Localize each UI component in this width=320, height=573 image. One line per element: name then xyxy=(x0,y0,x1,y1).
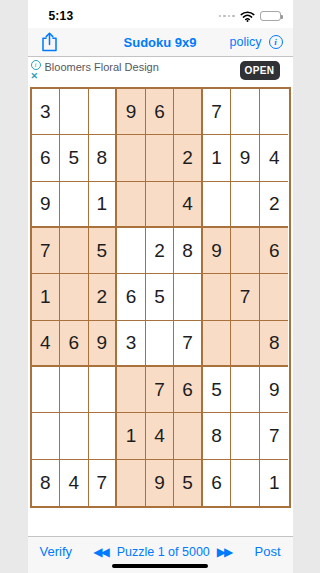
cell-r1c7[interactable]: 7 xyxy=(203,89,232,135)
next-puzzle-icon[interactable]: ▶▶ xyxy=(217,546,233,558)
cell-r3c2[interactable] xyxy=(60,182,89,228)
previous-puzzle-icon[interactable]: ◀◀ xyxy=(93,546,109,558)
cell-r8c2[interactable] xyxy=(60,413,89,459)
cell-r3c1[interactable]: 9 xyxy=(32,182,61,228)
cell-r6c2[interactable]: 6 xyxy=(60,321,89,367)
cell-r4c6[interactable]: 8 xyxy=(174,228,203,274)
cell-r9c5[interactable]: 9 xyxy=(146,460,175,506)
cell-r6c7[interactable] xyxy=(203,321,232,367)
cell-r9c4[interactable] xyxy=(117,460,146,506)
ad-close-icon[interactable]: ✕ xyxy=(31,72,39,81)
cell-r8c1[interactable] xyxy=(32,413,61,459)
cell-r9c1[interactable]: 8 xyxy=(32,460,61,506)
cell-r4c3[interactable]: 5 xyxy=(89,228,118,274)
cell-r5c1[interactable]: 1 xyxy=(32,274,61,320)
cell-r2c5[interactable] xyxy=(146,135,175,181)
cell-r2c2[interactable]: 5 xyxy=(60,135,89,181)
nav-bar: Sudoku 9x9 policy i xyxy=(28,28,293,57)
cell-r4c4[interactable] xyxy=(117,228,146,274)
cell-r4c9[interactable]: 6 xyxy=(260,228,289,274)
sudoku-grid: 3967658219491427528961265746937876591487… xyxy=(30,87,291,508)
cell-r9c3[interactable]: 7 xyxy=(89,460,118,506)
cell-r4c5[interactable]: 2 xyxy=(146,228,175,274)
cell-r9c2[interactable]: 4 xyxy=(60,460,89,506)
cell-r3c5[interactable] xyxy=(146,182,175,228)
post-button[interactable]: Post xyxy=(254,544,280,559)
cell-r2c7[interactable]: 1 xyxy=(203,135,232,181)
cell-r4c7[interactable]: 9 xyxy=(203,228,232,274)
cell-r4c8[interactable] xyxy=(231,228,260,274)
verify-button[interactable]: Verify xyxy=(40,544,73,559)
cell-r5c5[interactable]: 5 xyxy=(146,274,175,320)
app-window: 5:13 Sudoku 9x9 policy i xyxy=(28,0,293,573)
cell-r8c8[interactable] xyxy=(231,413,260,459)
cell-r1c9[interactable] xyxy=(260,89,289,135)
cell-r6c5[interactable] xyxy=(146,321,175,367)
ad-banner[interactable]: i Bloomers Floral Design ✕ OPEN xyxy=(28,57,293,87)
cell-r3c9[interactable]: 2 xyxy=(260,182,289,228)
cell-r5c8[interactable]: 7 xyxy=(231,274,260,320)
cell-r1c8[interactable] xyxy=(231,89,260,135)
cell-r9c6[interactable]: 5 xyxy=(174,460,203,506)
cell-r5c3[interactable]: 2 xyxy=(89,274,118,320)
info-icon[interactable]: i xyxy=(269,35,283,49)
cell-r8c9[interactable]: 7 xyxy=(260,413,289,459)
cell-r1c1[interactable]: 3 xyxy=(32,89,61,135)
cellular-signal-icon xyxy=(219,15,235,18)
status-icons xyxy=(219,11,281,22)
policy-button[interactable]: policy xyxy=(230,35,262,49)
cell-r3c4[interactable] xyxy=(117,182,146,228)
cell-r5c2[interactable] xyxy=(60,274,89,320)
cell-r3c8[interactable] xyxy=(231,182,260,228)
cell-r9c7[interactable]: 6 xyxy=(203,460,232,506)
wifi-icon xyxy=(240,11,255,22)
cell-r9c8[interactable] xyxy=(231,460,260,506)
cell-r2c8[interactable]: 9 xyxy=(231,135,260,181)
cell-r6c3[interactable]: 9 xyxy=(89,321,118,367)
cell-r2c6[interactable]: 2 xyxy=(174,135,203,181)
cell-r7c3[interactable] xyxy=(89,367,118,413)
cell-r7c8[interactable] xyxy=(231,367,260,413)
cell-r7c5[interactable]: 7 xyxy=(146,367,175,413)
ad-open-button[interactable]: OPEN xyxy=(240,61,280,80)
cell-r7c7[interactable]: 5 xyxy=(203,367,232,413)
ad-info-icon[interactable]: i xyxy=(31,60,41,70)
cell-r2c9[interactable]: 4 xyxy=(260,135,289,181)
cell-r5c9[interactable] xyxy=(260,274,289,320)
cell-r6c8[interactable] xyxy=(231,321,260,367)
cell-r2c3[interactable]: 8 xyxy=(89,135,118,181)
cell-r6c9[interactable]: 8 xyxy=(260,321,289,367)
cell-r5c6[interactable] xyxy=(174,274,203,320)
cell-r7c9[interactable]: 9 xyxy=(260,367,289,413)
cell-r8c6[interactable] xyxy=(174,413,203,459)
cell-r5c7[interactable] xyxy=(203,274,232,320)
cell-r3c3[interactable]: 1 xyxy=(89,182,118,228)
battery-icon xyxy=(260,11,281,21)
cell-r1c2[interactable] xyxy=(60,89,89,135)
cell-r9c9[interactable]: 1 xyxy=(260,460,289,506)
share-icon xyxy=(41,32,58,52)
cell-r2c4[interactable] xyxy=(117,135,146,181)
cell-r6c6[interactable]: 7 xyxy=(174,321,203,367)
home-indicator[interactable] xyxy=(112,564,208,569)
puzzle-counter: Puzzle 1 of 5000 xyxy=(117,545,210,559)
cell-r6c1[interactable]: 4 xyxy=(32,321,61,367)
cell-r4c2[interactable] xyxy=(60,228,89,274)
cell-r4c1[interactable]: 7 xyxy=(32,228,61,274)
status-bar: 5:13 xyxy=(28,0,293,28)
cell-r1c6[interactable] xyxy=(174,89,203,135)
cell-r1c5[interactable]: 6 xyxy=(146,89,175,135)
cell-r5c4[interactable]: 6 xyxy=(117,274,146,320)
cell-r1c4[interactable]: 9 xyxy=(117,89,146,135)
clock: 5:13 xyxy=(49,9,74,23)
cell-r8c5[interactable]: 4 xyxy=(146,413,175,459)
cell-r3c7[interactable] xyxy=(203,182,232,228)
cell-r8c4[interactable]: 1 xyxy=(117,413,146,459)
cell-r7c1[interactable] xyxy=(32,367,61,413)
cell-r1c3[interactable] xyxy=(89,89,118,135)
bottom-toolbar: Verify ◀◀ Puzzle 1 of 5000 ▶▶ Post xyxy=(28,536,293,573)
cell-r3c6[interactable]: 4 xyxy=(174,182,203,228)
cell-r8c7[interactable]: 8 xyxy=(203,413,232,459)
cell-r7c2[interactable] xyxy=(60,367,89,413)
share-button[interactable] xyxy=(41,32,58,52)
cell-r6c4[interactable]: 3 xyxy=(117,321,146,367)
cell-r8c3[interactable] xyxy=(89,413,118,459)
cell-r2c1[interactable]: 6 xyxy=(32,135,61,181)
cell-r7c4[interactable] xyxy=(117,367,146,413)
ad-advertiser-name: Bloomers Floral Design xyxy=(45,61,159,73)
cell-r7c6[interactable]: 6 xyxy=(174,367,203,413)
